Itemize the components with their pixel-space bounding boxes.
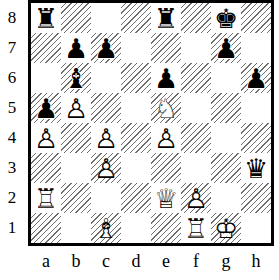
square-f3[interactable]	[181, 153, 211, 183]
square-d8[interactable]	[121, 3, 151, 33]
rank-label-5: 5	[0, 93, 24, 123]
rank-label-3: 3	[0, 153, 24, 183]
square-b2[interactable]	[61, 183, 91, 213]
square-b4[interactable]	[61, 123, 91, 153]
black-queen: ♛	[241, 153, 271, 183]
black-pawn: ♟	[211, 33, 241, 63]
rank-label-8: 8	[0, 3, 24, 33]
white-pawn: ♟♙	[181, 183, 211, 213]
black-rook: ♜	[31, 3, 61, 33]
square-b7[interactable]: ♟	[61, 33, 91, 63]
white-pawn: ♟♙	[31, 123, 61, 153]
square-c2[interactable]	[91, 183, 121, 213]
square-g7[interactable]: ♟	[211, 33, 241, 63]
square-d6[interactable]	[121, 63, 151, 93]
square-f5[interactable]	[181, 93, 211, 123]
black-pawn: ♟	[241, 63, 271, 93]
file-label-e: e	[151, 248, 181, 274]
square-b3[interactable]	[61, 153, 91, 183]
square-a8[interactable]: ♜	[31, 3, 61, 33]
square-f2[interactable]: ♟♙	[181, 183, 211, 213]
white-rook: ♜♖	[31, 183, 61, 213]
file-label-a: a	[31, 248, 61, 274]
square-f6[interactable]	[181, 63, 211, 93]
rank-label-2: 2	[0, 183, 24, 213]
black-pawn: ♟	[151, 63, 181, 93]
black-pawn: ♟	[61, 33, 91, 63]
square-g3[interactable]	[211, 153, 241, 183]
square-h4[interactable]	[241, 123, 271, 153]
square-h6[interactable]: ♟	[241, 63, 271, 93]
white-queen: ♛♕	[151, 183, 181, 213]
black-bishop: ♝	[61, 63, 91, 93]
file-label-d: d	[121, 248, 151, 274]
square-d4[interactable]	[121, 123, 151, 153]
square-h3[interactable]: ♛	[241, 153, 271, 183]
rank-label-7: 7	[0, 33, 24, 63]
white-knight: ♞♘	[151, 93, 181, 123]
square-a4[interactable]: ♟♙	[31, 123, 61, 153]
square-a3[interactable]	[31, 153, 61, 183]
square-g8[interactable]: ♚	[211, 3, 241, 33]
square-f7[interactable]	[181, 33, 211, 63]
square-h5[interactable]	[241, 93, 271, 123]
square-g6[interactable]	[211, 63, 241, 93]
square-f8[interactable]	[181, 3, 211, 33]
square-f4[interactable]	[181, 123, 211, 153]
square-c4[interactable]: ♟♙	[91, 123, 121, 153]
square-c5[interactable]	[91, 93, 121, 123]
square-d2[interactable]	[121, 183, 151, 213]
square-c6[interactable]	[91, 63, 121, 93]
file-label-b: b	[61, 248, 91, 274]
square-c1[interactable]: ♝♗	[91, 213, 121, 243]
square-h2[interactable]	[241, 183, 271, 213]
square-a2[interactable]: ♜♖	[31, 183, 61, 213]
square-e3[interactable]	[151, 153, 181, 183]
square-h8[interactable]	[241, 3, 271, 33]
file-label-f: f	[181, 248, 211, 274]
square-d5[interactable]	[121, 93, 151, 123]
square-a7[interactable]	[31, 33, 61, 63]
white-bishop: ♝♗	[91, 213, 121, 243]
square-g2[interactable]	[211, 183, 241, 213]
file-label-g: g	[211, 248, 241, 274]
square-a1[interactable]	[31, 213, 61, 243]
square-e4[interactable]: ♟♙	[151, 123, 181, 153]
black-pawn: ♟	[91, 33, 121, 63]
square-b6[interactable]: ♝	[61, 63, 91, 93]
square-h1[interactable]	[241, 213, 271, 243]
square-c7[interactable]: ♟	[91, 33, 121, 63]
white-king: ♚♔	[211, 213, 241, 243]
file-label-h: h	[241, 248, 271, 274]
chess-diagram-page: 87654321 ♜♜♚♟♟♟♝♟♟♟♟♙♞♘♟♙♟♙♟♙♟♙♛♜♖♛♕♟♙♝♗…	[0, 0, 279, 280]
square-g1[interactable]: ♚♔	[211, 213, 241, 243]
square-g5[interactable]	[211, 93, 241, 123]
square-c8[interactable]	[91, 3, 121, 33]
square-e6[interactable]: ♟	[151, 63, 181, 93]
chess-board[interactable]: ♜♜♚♟♟♟♝♟♟♟♟♙♞♘♟♙♟♙♟♙♟♙♛♜♖♛♕♟♙♝♗♜♖♚♔	[28, 0, 274, 246]
square-g4[interactable]	[211, 123, 241, 153]
square-e5[interactable]: ♞♘	[151, 93, 181, 123]
square-e8[interactable]: ♜	[151, 3, 181, 33]
square-a5[interactable]: ♟	[31, 93, 61, 123]
white-rook: ♜♖	[181, 213, 211, 243]
square-e2[interactable]: ♛♕	[151, 183, 181, 213]
square-e1[interactable]	[151, 213, 181, 243]
square-f1[interactable]: ♜♖	[181, 213, 211, 243]
square-d7[interactable]	[121, 33, 151, 63]
square-e7[interactable]	[151, 33, 181, 63]
square-a6[interactable]	[31, 63, 61, 93]
black-rook: ♜	[151, 3, 181, 33]
white-pawn: ♟♙	[61, 93, 91, 123]
rank-label-6: 6	[0, 63, 24, 93]
square-d1[interactable]	[121, 213, 151, 243]
rank-label-1: 1	[0, 213, 24, 243]
square-d3[interactable]	[121, 153, 151, 183]
square-b1[interactable]	[61, 213, 91, 243]
square-c3[interactable]: ♟♙	[91, 153, 121, 183]
rank-label-4: 4	[0, 123, 24, 153]
black-king: ♚	[211, 3, 241, 33]
square-b5[interactable]: ♟♙	[61, 93, 91, 123]
white-pawn: ♟♙	[91, 153, 121, 183]
square-b8[interactable]	[61, 3, 91, 33]
black-pawn: ♟	[31, 93, 61, 123]
file-label-c: c	[91, 248, 121, 274]
rank-labels: 87654321	[0, 3, 24, 243]
square-h7[interactable]	[241, 33, 271, 63]
white-pawn: ♟♙	[151, 123, 181, 153]
file-labels: abcdefgh	[31, 248, 271, 274]
white-pawn: ♟♙	[91, 123, 121, 153]
